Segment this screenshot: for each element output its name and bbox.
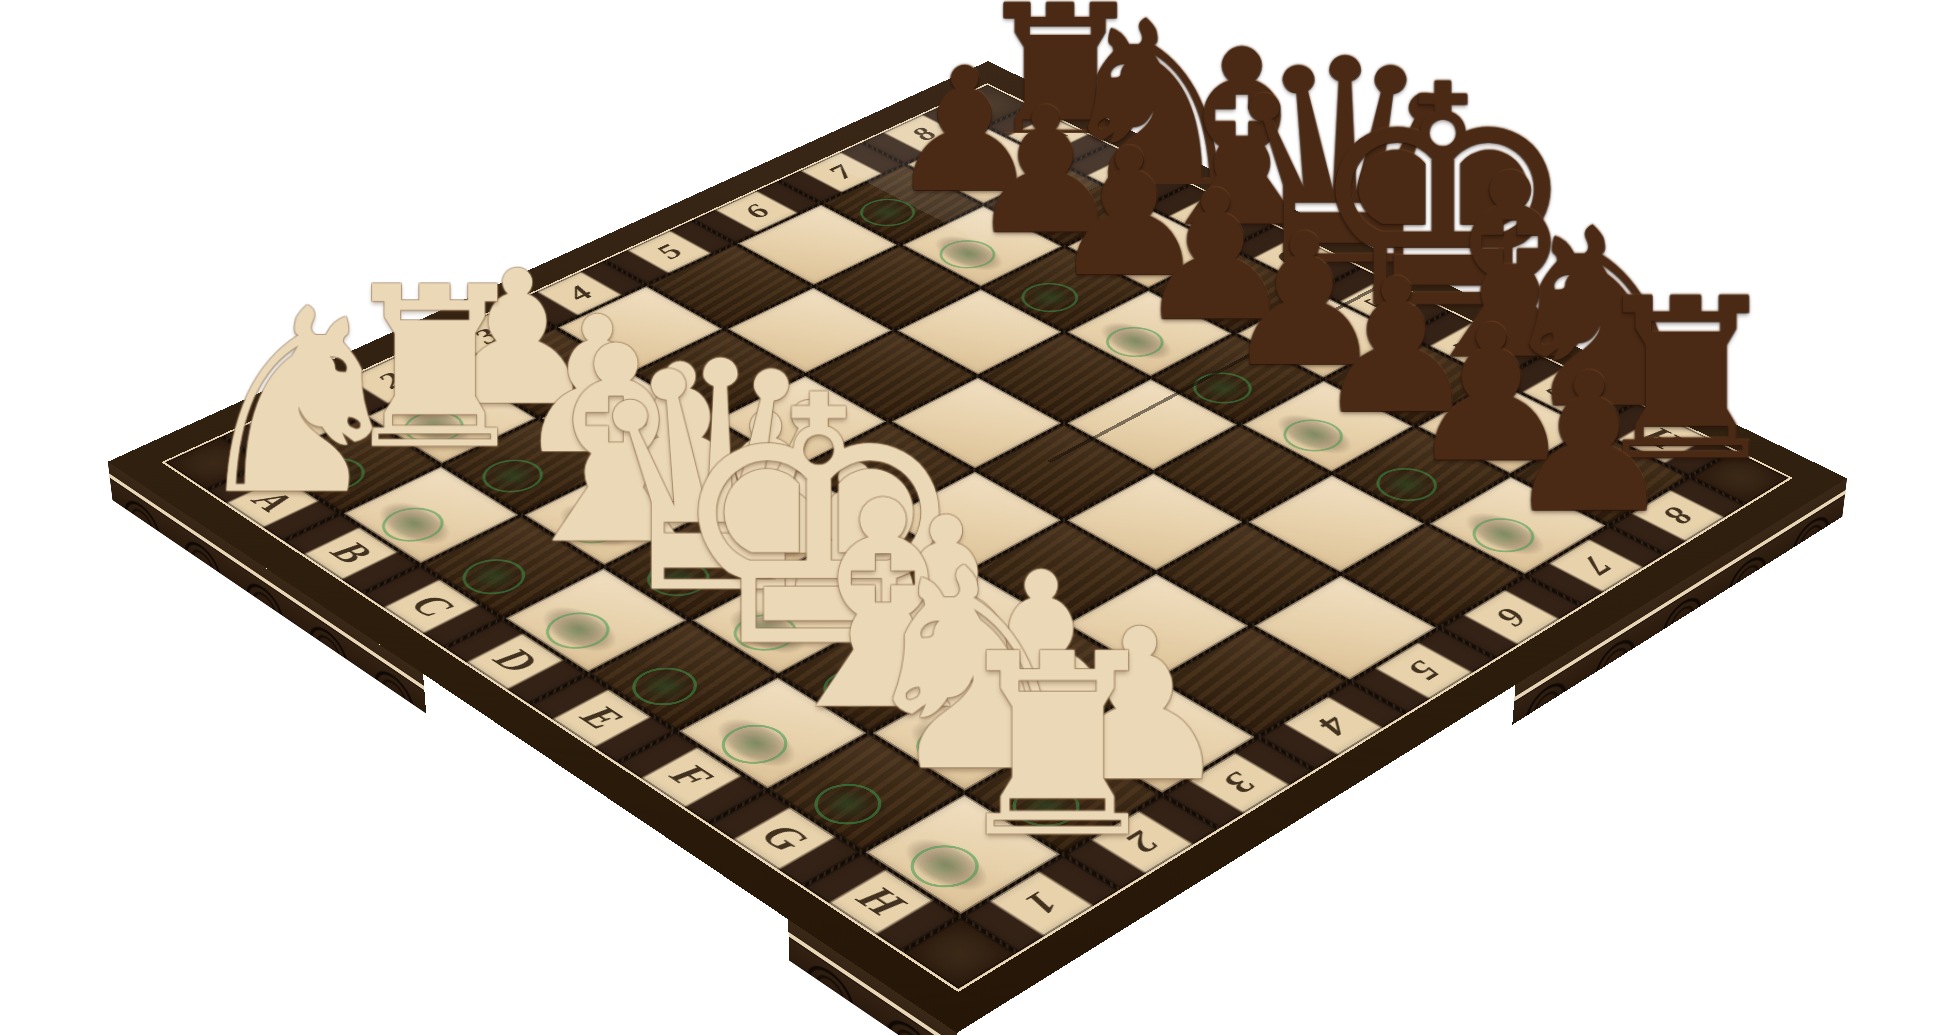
rank-label-6-cell: 6 <box>1442 577 1580 657</box>
rank-label-1: 1 <box>1016 887 1067 919</box>
file-label-C: C <box>403 590 461 622</box>
board-scene: ABCDEFGH8♜♞♝♛♚♝♞♜87♟♟♟♟♟♟♟♟7665544332♟♟♟… <box>108 61 1847 1033</box>
file-label-D: D <box>485 644 545 678</box>
file-label-G: G <box>753 819 816 857</box>
rank-label-4: 4 <box>1308 711 1357 740</box>
board-top-face: ABCDEFGH8♜♞♝♛♚♝♞♜87♟♟♟♟♟♟♟♟7665544332♟♟♟… <box>161 83 1793 992</box>
file-label-B: B <box>322 537 379 568</box>
rank-label-far-5: 5 <box>649 241 689 262</box>
rank-label-far-7: 7 <box>822 162 862 182</box>
file-label-F: F <box>661 759 722 795</box>
rank-label-7: 7 <box>1572 552 1620 578</box>
chess-board: ABCDEFGH8♜♞♝♛♚♝♞♜87♟♟♟♟♟♟♟♟7665544332♟♟♟… <box>108 61 1847 1033</box>
brass-latch <box>428 679 487 755</box>
file-label-E: E <box>572 700 632 735</box>
rank-label-6: 6 <box>1487 603 1535 630</box>
board-grid: ABCDEFGH8♜♞♝♛♚♝♞♜87♟♟♟♟♟♟♟♟7665544332♟♟♟… <box>165 85 1788 989</box>
rank-label-5: 5 <box>1399 656 1448 684</box>
product-photo-stage: ABCDEFGH8♜♞♝♛♚♝♞♜87♟♟♟♟♟♟♟♟7665544332♟♟♟… <box>0 0 1946 1035</box>
file-label-H: H <box>848 881 914 922</box>
rank-label-far-6: 6 <box>737 201 777 221</box>
